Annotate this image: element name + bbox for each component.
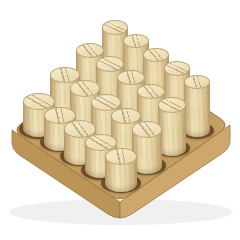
wood-grain-lines bbox=[124, 35, 148, 47]
peg-r3c4-level1 bbox=[105, 148, 137, 193]
wood-grain-lines bbox=[165, 62, 189, 74]
wood-grain-lines bbox=[138, 85, 164, 98]
wood-grain-lines bbox=[77, 44, 103, 57]
wood-grain-lines bbox=[118, 71, 144, 84]
peg-r0c4-level4 bbox=[184, 75, 210, 137]
pegs-layer bbox=[0, 0, 240, 240]
wood-grain-lines bbox=[97, 57, 123, 70]
wood-grain-lines bbox=[106, 149, 136, 165]
peg-top-cap bbox=[158, 97, 186, 112]
pegboard-photo-scene bbox=[0, 0, 240, 240]
peg-r1c4-level3 bbox=[158, 97, 186, 155]
wood-grain-lines bbox=[185, 76, 209, 88]
wood-grain-lines bbox=[133, 122, 161, 137]
wood-grain-lines bbox=[159, 98, 185, 111]
peg-top-cap bbox=[123, 34, 149, 48]
peg-top-cap bbox=[164, 61, 190, 75]
peg-body bbox=[184, 82, 210, 137]
peg-top-cap bbox=[105, 148, 137, 166]
wood-grain-lines bbox=[144, 49, 168, 61]
wood-grain-lines bbox=[103, 21, 127, 33]
peg-top-cap bbox=[102, 20, 128, 34]
peg-top-cap bbox=[143, 48, 169, 62]
peg-top-cap bbox=[132, 121, 162, 138]
